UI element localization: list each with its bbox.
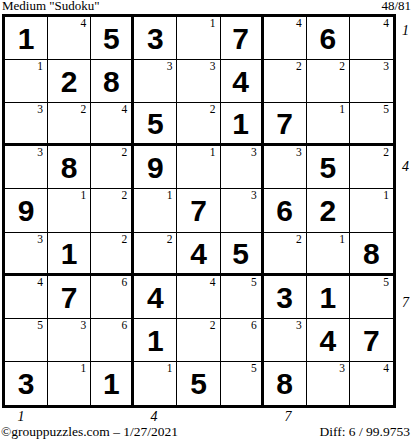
pencil-mark: 2 bbox=[167, 233, 173, 246]
cell-r2c6[interactable]: 4 bbox=[221, 60, 264, 103]
pencil-mark: 2 bbox=[80, 103, 86, 116]
cell-r9c1[interactable]: 3 bbox=[5, 362, 48, 405]
cell-r9c4[interactable]: 1 bbox=[134, 362, 177, 405]
given-digit: 3 bbox=[134, 17, 176, 59]
cell-r5c3[interactable]: 2 bbox=[91, 189, 134, 232]
cell-r9c8[interactable]: 3 bbox=[307, 362, 350, 405]
cell-r9c9[interactable]: 4 bbox=[350, 362, 393, 405]
pencil-mark: 1 bbox=[210, 146, 216, 159]
given-digit: 7 bbox=[221, 17, 261, 59]
cell-r1c6[interactable]: 7 bbox=[221, 17, 264, 60]
given-digit: 7 bbox=[177, 189, 219, 231]
col-label-7: 7 bbox=[281, 409, 295, 424]
cell-r4c8[interactable]: 5 bbox=[307, 146, 350, 189]
cell-r7c7[interactable]: 3 bbox=[264, 276, 307, 319]
given-digit: 8 bbox=[48, 146, 90, 188]
pencil-mark: 4 bbox=[210, 276, 216, 289]
pencil-mark: 3 bbox=[383, 60, 389, 73]
pencil-mark: 5 bbox=[251, 276, 257, 289]
cell-r3c3[interactable]: 4 bbox=[91, 103, 134, 146]
cell-r8c7[interactable]: 3 bbox=[264, 319, 307, 362]
cell-r7c2[interactable]: 7 bbox=[48, 276, 91, 319]
cell-r3c9[interactable]: 5 bbox=[350, 103, 393, 146]
cell-r1c2[interactable]: 4 bbox=[48, 17, 91, 60]
cell-r4c4[interactable]: 9 bbox=[134, 146, 177, 189]
difficulty-text: Diff: 6 / 99.9753 bbox=[320, 424, 411, 439]
pencil-mark: 4 bbox=[296, 17, 302, 30]
cell-r6c9[interactable]: 8 bbox=[350, 233, 393, 276]
given-digit: 8 bbox=[350, 233, 393, 273]
cell-r9c3[interactable]: 1 bbox=[91, 362, 134, 405]
cell-r8c3[interactable]: 6 bbox=[91, 319, 134, 362]
cell-r6c6[interactable]: 5 bbox=[221, 233, 264, 276]
cell-r4c7[interactable]: 3 bbox=[264, 146, 307, 189]
pencil-mark: 2 bbox=[210, 319, 216, 332]
row-label-4: 4 bbox=[399, 160, 412, 174]
given-digit: 9 bbox=[134, 146, 176, 188]
cell-r6c7[interactable]: 2 bbox=[264, 233, 307, 276]
header: Medium "Sudoku" 48/81 bbox=[2, 0, 411, 13]
pencil-mark: 4 bbox=[383, 17, 389, 30]
given-digit: 5 bbox=[221, 233, 261, 273]
cell-r6c3[interactable]: 2 bbox=[91, 233, 134, 276]
cell-r2c4[interactable]: 3 bbox=[134, 60, 177, 103]
cell-r6c8[interactable]: 1 bbox=[307, 233, 350, 276]
cell-r6c2[interactable]: 1 bbox=[48, 233, 91, 276]
pencil-mark: 1 bbox=[80, 189, 86, 202]
given-digit: 4 bbox=[221, 60, 261, 102]
cell-r5c5[interactable]: 7 bbox=[177, 189, 220, 232]
pencil-mark: 3 bbox=[296, 319, 302, 332]
given-digit: 4 bbox=[177, 233, 219, 273]
cell-r7c1[interactable]: 4 bbox=[5, 276, 48, 319]
pencil-mark: 2 bbox=[383, 146, 389, 159]
given-digit: 7 bbox=[48, 276, 90, 318]
given-digit: 1 bbox=[5, 17, 47, 59]
pencil-mark: 1 bbox=[167, 189, 173, 202]
pencil-mark: 6 bbox=[122, 276, 128, 289]
pencil-mark: 5 bbox=[383, 103, 389, 116]
pencil-mark: 3 bbox=[339, 362, 345, 375]
given-digit: 1 bbox=[134, 319, 176, 361]
cell-r1c1[interactable]: 1 bbox=[5, 17, 48, 60]
cell-r5c4[interactable]: 1 bbox=[134, 189, 177, 232]
cell-r8c4[interactable]: 1 bbox=[134, 319, 177, 362]
cell-r2c3[interactable]: 8 bbox=[91, 60, 134, 103]
pencil-mark: 1 bbox=[37, 60, 43, 73]
cell-r3c2[interactable]: 2 bbox=[48, 103, 91, 146]
cell-r7c5[interactable]: 4 bbox=[177, 276, 220, 319]
cell-r5c7[interactable]: 6 bbox=[264, 189, 307, 232]
cell-r2c2[interactable]: 2 bbox=[48, 60, 91, 103]
pencil-mark: 4 bbox=[122, 103, 128, 116]
pencil-mark: 4 bbox=[383, 362, 389, 375]
given-digit: 8 bbox=[264, 362, 306, 405]
row-label-1: 1 bbox=[399, 24, 412, 38]
cell-r7c3[interactable]: 6 bbox=[91, 276, 134, 319]
pencil-mark: 4 bbox=[80, 17, 86, 30]
cell-r8c9[interactable]: 7 bbox=[350, 319, 393, 362]
cell-r8c1[interactable]: 5 bbox=[5, 319, 48, 362]
pencil-mark: 6 bbox=[122, 319, 128, 332]
given-digit: 1 bbox=[221, 103, 261, 143]
pencil-mark: 2 bbox=[122, 146, 128, 159]
pencil-mark: 3 bbox=[210, 60, 216, 73]
cell-r5c1[interactable]: 9 bbox=[5, 189, 48, 232]
given-digit: 9 bbox=[5, 189, 47, 231]
cell-r7c9[interactable]: 5 bbox=[350, 276, 393, 319]
cell-r3c6[interactable]: 1 bbox=[221, 103, 264, 146]
cell-r1c9[interactable]: 4 bbox=[350, 17, 393, 60]
pencil-mark: 1 bbox=[383, 189, 389, 202]
pencil-mark: 3 bbox=[37, 103, 43, 116]
given-digit: 1 bbox=[48, 233, 90, 273]
pencil-mark: 2 bbox=[122, 233, 128, 246]
page-title: Medium "Sudoku" bbox=[2, 0, 100, 13]
cell-r6c5[interactable]: 4 bbox=[177, 233, 220, 276]
given-digit: 7 bbox=[350, 319, 393, 361]
cell-r4c6[interactable]: 3 bbox=[221, 146, 264, 189]
pencil-mark: 3 bbox=[296, 146, 302, 159]
pencil-mark: 1 bbox=[167, 362, 173, 375]
given-digit: 6 bbox=[264, 189, 306, 231]
cell-r7c6[interactable]: 5 bbox=[221, 276, 264, 319]
cell-r3c7[interactable]: 7 bbox=[264, 103, 307, 146]
cell-r1c8[interactable]: 6 bbox=[307, 17, 350, 60]
cell-r6c1[interactable]: 3 bbox=[5, 233, 48, 276]
pencil-mark: 1 bbox=[210, 17, 216, 30]
cell-r3c1[interactable]: 3 bbox=[5, 103, 48, 146]
cell-r9c6[interactable]: 5 bbox=[221, 362, 264, 405]
cell-r3c8[interactable]: 1 bbox=[307, 103, 350, 146]
col-label-1: 1 bbox=[14, 409, 28, 424]
progress-counter: 48/81 bbox=[381, 0, 411, 13]
pencil-mark: 5 bbox=[383, 276, 389, 289]
cell-r7c8[interactable]: 1 bbox=[307, 276, 350, 319]
pencil-mark: 3 bbox=[251, 146, 257, 159]
cell-r8c2[interactable]: 3 bbox=[48, 319, 91, 362]
given-digit: 5 bbox=[91, 17, 131, 59]
cell-r2c9[interactable]: 3 bbox=[350, 60, 393, 103]
pencil-mark: 2 bbox=[296, 233, 302, 246]
cell-r8c8[interactable]: 4 bbox=[307, 319, 350, 362]
pencil-mark: 2 bbox=[296, 60, 302, 73]
sudoku-grid: 1453174641283342233245217153829133529121… bbox=[2, 14, 396, 408]
given-digit: 4 bbox=[134, 276, 176, 318]
given-digit: 4 bbox=[307, 319, 349, 361]
cell-r5c2[interactable]: 1 bbox=[48, 189, 91, 232]
cell-r7c4[interactable]: 4 bbox=[134, 276, 177, 319]
cell-r9c5[interactable]: 5 bbox=[177, 362, 220, 405]
pencil-mark: 3 bbox=[37, 233, 43, 246]
pencil-mark: 4 bbox=[37, 276, 43, 289]
given-digit: 2 bbox=[48, 60, 90, 102]
pencil-mark: 2 bbox=[122, 189, 128, 202]
cell-r5c8[interactable]: 2 bbox=[307, 189, 350, 232]
given-digit: 3 bbox=[5, 362, 47, 405]
cell-r1c4[interactable]: 3 bbox=[134, 17, 177, 60]
cell-r4c9[interactable]: 2 bbox=[350, 146, 393, 189]
cell-r1c5[interactable]: 1 bbox=[177, 17, 220, 60]
pencil-mark: 1 bbox=[339, 233, 345, 246]
pencil-mark: 5 bbox=[37, 319, 43, 332]
footer: ©grouppuzzles.com – 1/27/2021 Diff: 6 / … bbox=[1, 424, 410, 439]
given-digit: 1 bbox=[307, 276, 349, 318]
given-digit: 2 bbox=[307, 189, 349, 231]
cell-r2c1[interactable]: 1 bbox=[5, 60, 48, 103]
cell-r1c3[interactable]: 5 bbox=[91, 17, 134, 60]
given-digit: 3 bbox=[264, 276, 306, 318]
pencil-mark: 6 bbox=[251, 319, 257, 332]
given-digit: 5 bbox=[134, 103, 176, 143]
given-digit: 7 bbox=[264, 103, 306, 143]
col-label-4: 4 bbox=[147, 409, 161, 424]
cell-r4c1[interactable]: 3 bbox=[5, 146, 48, 189]
given-digit: 5 bbox=[177, 362, 219, 405]
pencil-mark: 3 bbox=[251, 189, 257, 202]
cell-r5c9[interactable]: 1 bbox=[350, 189, 393, 232]
given-digit: 5 bbox=[307, 146, 349, 188]
pencil-mark: 5 bbox=[251, 362, 257, 375]
cell-r2c8[interactable]: 2 bbox=[307, 60, 350, 103]
cell-r5c6[interactable]: 3 bbox=[221, 189, 264, 232]
row-label-7: 7 bbox=[399, 296, 412, 310]
pencil-mark: 3 bbox=[167, 60, 173, 73]
cell-r4c2[interactable]: 8 bbox=[48, 146, 91, 189]
cell-r9c7[interactable]: 8 bbox=[264, 362, 307, 405]
given-digit: 6 bbox=[307, 17, 349, 59]
given-digit: 1 bbox=[91, 362, 131, 405]
copyright-text: ©grouppuzzles.com – 1/27/2021 bbox=[1, 424, 178, 439]
pencil-mark: 1 bbox=[80, 362, 86, 375]
given-digit: 8 bbox=[91, 60, 131, 102]
pencil-mark: 2 bbox=[210, 103, 216, 116]
cell-r4c5[interactable]: 1 bbox=[177, 146, 220, 189]
cell-r8c5[interactable]: 2 bbox=[177, 319, 220, 362]
cell-r2c7[interactable]: 2 bbox=[264, 60, 307, 103]
cell-r6c4[interactable]: 2 bbox=[134, 233, 177, 276]
cell-r2c5[interactable]: 3 bbox=[177, 60, 220, 103]
cell-r8c6[interactable]: 6 bbox=[221, 319, 264, 362]
pencil-mark: 1 bbox=[339, 103, 345, 116]
pencil-mark: 3 bbox=[37, 146, 43, 159]
cell-r4c3[interactable]: 2 bbox=[91, 146, 134, 189]
pencil-mark: 2 bbox=[339, 60, 345, 73]
cell-r9c2[interactable]: 1 bbox=[48, 362, 91, 405]
cell-r1c7[interactable]: 4 bbox=[264, 17, 307, 60]
cell-r3c4[interactable]: 5 bbox=[134, 103, 177, 146]
pencil-mark: 3 bbox=[80, 319, 86, 332]
cell-r3c5[interactable]: 2 bbox=[177, 103, 220, 146]
